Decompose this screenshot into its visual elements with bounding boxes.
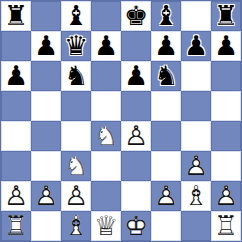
white-pawn[interactable]: ♟♙ — [181, 151, 211, 181]
black-pawn[interactable]: ♟ — [1, 61, 31, 91]
square-d5[interactable] — [91, 91, 121, 121]
square-a5[interactable] — [1, 91, 31, 121]
square-h3[interactable] — [211, 151, 241, 181]
square-c1[interactable]: ♝♗ — [61, 211, 91, 241]
black-knight[interactable]: ♞ — [61, 61, 91, 91]
white-bishop-icon: ♗ — [181, 181, 211, 211]
square-e1[interactable]: ♚♔ — [121, 211, 151, 241]
square-f4[interactable] — [151, 121, 181, 151]
square-f1[interactable] — [151, 211, 181, 241]
square-d1[interactable]: ♛♕ — [91, 211, 121, 241]
square-h7[interactable]: ♟ — [211, 31, 241, 61]
square-g3[interactable]: ♟♙ — [181, 151, 211, 181]
square-d4[interactable]: ♞♘ — [91, 121, 121, 151]
square-b5[interactable] — [31, 91, 61, 121]
white-rook-icon: ♖ — [211, 211, 241, 241]
white-queen-icon: ♕ — [91, 211, 121, 241]
square-f8[interactable]: ♝ — [151, 1, 181, 31]
square-f3[interactable] — [151, 151, 181, 181]
square-e7[interactable] — [121, 31, 151, 61]
square-h1[interactable]: ♜♖ — [211, 211, 241, 241]
black-pawn-icon: ♟ — [31, 31, 61, 61]
white-pawn-icon: ♙ — [151, 181, 181, 211]
white-rook-icon: ♖ — [1, 211, 31, 241]
black-queen[interactable]: ♛ — [61, 31, 91, 61]
white-pawn-icon: ♙ — [211, 181, 241, 211]
white-bishop[interactable]: ♝♗ — [181, 181, 211, 211]
black-pawn-icon: ♟ — [121, 61, 151, 91]
square-c4[interactable] — [61, 121, 91, 151]
square-d8[interactable] — [91, 1, 121, 31]
white-pawn-icon: ♙ — [61, 181, 91, 211]
black-queen-icon: ♛ — [61, 31, 91, 61]
chess-board: ♜♝♚♝♜♟♛♟♟♟♟♟♞♟♞♞♘♟♙♞♘♟♙♟♙♟♙♟♙♟♙♝♗♟♙♜♖♝♗♛… — [0, 0, 242, 242]
square-d2[interactable] — [91, 181, 121, 211]
square-g7[interactable]: ♟ — [181, 31, 211, 61]
white-queen[interactable]: ♛♕ — [91, 211, 121, 241]
black-king[interactable]: ♚ — [121, 1, 151, 31]
square-d6[interactable] — [91, 61, 121, 91]
black-pawn-icon: ♟ — [151, 31, 181, 61]
white-pawn[interactable]: ♟♙ — [121, 121, 151, 151]
white-king[interactable]: ♚♔ — [121, 211, 151, 241]
square-e6[interactable]: ♟ — [121, 61, 151, 91]
black-pawn-icon: ♟ — [91, 31, 121, 61]
square-h8[interactable]: ♜ — [211, 1, 241, 31]
square-b7[interactable]: ♟ — [31, 31, 61, 61]
square-g6[interactable] — [181, 61, 211, 91]
square-f7[interactable]: ♟ — [151, 31, 181, 61]
square-h4[interactable] — [211, 121, 241, 151]
square-a2[interactable]: ♟♙ — [1, 181, 31, 211]
white-pawn[interactable]: ♟♙ — [151, 181, 181, 211]
white-pawn-icon: ♙ — [121, 121, 151, 151]
square-h2[interactable]: ♟♙ — [211, 181, 241, 211]
square-c3[interactable]: ♞♘ — [61, 151, 91, 181]
black-rook-icon: ♜ — [1, 1, 31, 31]
black-bishop[interactable]: ♝ — [61, 1, 91, 31]
square-c8[interactable]: ♝ — [61, 1, 91, 31]
white-knight[interactable]: ♞♘ — [61, 151, 91, 181]
white-pawn-icon: ♙ — [181, 151, 211, 181]
black-rook-icon: ♜ — [211, 1, 241, 31]
square-a3[interactable] — [1, 151, 31, 181]
square-c5[interactable] — [61, 91, 91, 121]
square-a8[interactable]: ♜ — [1, 1, 31, 31]
black-knight-icon: ♞ — [61, 61, 91, 91]
square-h5[interactable] — [211, 91, 241, 121]
square-g2[interactable]: ♝♗ — [181, 181, 211, 211]
white-pawn[interactable]: ♟♙ — [1, 181, 31, 211]
black-pawn-icon: ♟ — [181, 31, 211, 61]
white-pawn-icon: ♙ — [31, 181, 61, 211]
black-knight[interactable]: ♞ — [151, 61, 181, 91]
black-pawn-icon: ♟ — [1, 61, 31, 91]
square-d3[interactable] — [91, 151, 121, 181]
square-e4[interactable]: ♟♙ — [121, 121, 151, 151]
square-a7[interactable] — [1, 31, 31, 61]
square-g4[interactable] — [181, 121, 211, 151]
black-king-icon: ♚ — [121, 1, 151, 31]
square-b8[interactable] — [31, 1, 61, 31]
square-c6[interactable]: ♞ — [61, 61, 91, 91]
square-d7[interactable]: ♟ — [91, 31, 121, 61]
white-bishop-icon: ♗ — [61, 211, 91, 241]
square-g8[interactable] — [181, 1, 211, 31]
square-a6[interactable]: ♟ — [1, 61, 31, 91]
square-a4[interactable] — [1, 121, 31, 151]
white-pawn[interactable]: ♟♙ — [61, 181, 91, 211]
square-a1[interactable]: ♜♖ — [1, 211, 31, 241]
square-c2[interactable]: ♟♙ — [61, 181, 91, 211]
white-king-icon: ♔ — [121, 211, 151, 241]
black-rook[interactable]: ♜ — [211, 1, 241, 31]
square-e8[interactable]: ♚ — [121, 1, 151, 31]
white-knight-icon: ♘ — [91, 121, 121, 151]
square-f5[interactable] — [151, 91, 181, 121]
square-e5[interactable] — [121, 91, 151, 121]
square-f2[interactable]: ♟♙ — [151, 181, 181, 211]
white-pawn-icon: ♙ — [1, 181, 31, 211]
black-pawn[interactable]: ♟ — [91, 31, 121, 61]
white-rook[interactable]: ♜♖ — [211, 211, 241, 241]
black-pawn[interactable]: ♟ — [211, 31, 241, 61]
square-f6[interactable]: ♞ — [151, 61, 181, 91]
square-h6[interactable] — [211, 61, 241, 91]
square-b4[interactable] — [31, 121, 61, 151]
black-pawn[interactable]: ♟ — [31, 31, 61, 61]
square-b1[interactable] — [31, 211, 61, 241]
square-b3[interactable] — [31, 151, 61, 181]
black-pawn-icon: ♟ — [211, 31, 241, 61]
white-knight-icon: ♘ — [61, 151, 91, 181]
square-b6[interactable] — [31, 61, 61, 91]
square-b2[interactable]: ♟♙ — [31, 181, 61, 211]
square-g5[interactable] — [181, 91, 211, 121]
black-bishop-icon: ♝ — [61, 1, 91, 31]
square-c7[interactable]: ♛ — [61, 31, 91, 61]
black-bishop[interactable]: ♝ — [151, 1, 181, 31]
white-rook[interactable]: ♜♖ — [1, 211, 31, 241]
square-g1[interactable] — [181, 211, 211, 241]
white-pawn[interactable]: ♟♙ — [31, 181, 61, 211]
square-e2[interactable] — [121, 181, 151, 211]
white-pawn[interactable]: ♟♙ — [211, 181, 241, 211]
black-knight-icon: ♞ — [151, 61, 181, 91]
black-bishop-icon: ♝ — [151, 1, 181, 31]
black-rook[interactable]: ♜ — [1, 1, 31, 31]
square-e3[interactable] — [121, 151, 151, 181]
black-pawn[interactable]: ♟ — [181, 31, 211, 61]
black-pawn[interactable]: ♟ — [151, 31, 181, 61]
white-bishop[interactable]: ♝♗ — [61, 211, 91, 241]
black-pawn[interactable]: ♟ — [121, 61, 151, 91]
white-knight[interactable]: ♞♘ — [91, 121, 121, 151]
